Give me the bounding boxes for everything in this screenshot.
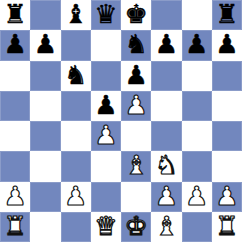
square-h4[interactable] bbox=[212, 121, 242, 151]
square-b5[interactable] bbox=[30, 91, 60, 121]
piece-white-knight[interactable]: ♞ bbox=[155, 152, 178, 178]
square-h3[interactable] bbox=[212, 151, 242, 181]
square-c5[interactable] bbox=[61, 91, 91, 121]
square-c2[interactable]: ♟ bbox=[61, 182, 91, 212]
piece-black-pawn[interactable]: ♟ bbox=[155, 31, 178, 57]
piece-white-pawn[interactable]: ♟ bbox=[155, 183, 178, 209]
square-b1[interactable] bbox=[30, 212, 60, 242]
chess-board: ♜♝♛♚♜♟♟♞♟♟♟♞♟♟♟♟♝♞♟♟♟♟♟♜♛♚♝♜ bbox=[0, 0, 242, 242]
piece-white-pawn[interactable]: ♟ bbox=[94, 122, 117, 148]
square-g5[interactable] bbox=[182, 91, 212, 121]
square-f2[interactable]: ♟ bbox=[151, 182, 181, 212]
square-h6[interactable] bbox=[212, 61, 242, 91]
square-a2[interactable]: ♟ bbox=[0, 182, 30, 212]
square-f1[interactable]: ♝ bbox=[151, 212, 181, 242]
square-c7[interactable] bbox=[61, 30, 91, 60]
square-a7[interactable]: ♟ bbox=[0, 30, 30, 60]
piece-black-knight[interactable]: ♞ bbox=[64, 62, 87, 88]
square-e8[interactable]: ♚ bbox=[121, 0, 151, 30]
square-c4[interactable] bbox=[61, 121, 91, 151]
square-h8[interactable]: ♜ bbox=[212, 0, 242, 30]
piece-black-rook[interactable]: ♜ bbox=[3, 1, 26, 27]
piece-black-pawn[interactable]: ♟ bbox=[94, 92, 117, 118]
square-c6[interactable]: ♞ bbox=[61, 61, 91, 91]
square-d1[interactable]: ♛ bbox=[91, 212, 121, 242]
square-e3[interactable]: ♝ bbox=[121, 151, 151, 181]
piece-white-king[interactable]: ♚ bbox=[124, 213, 147, 239]
piece-white-bishop[interactable]: ♝ bbox=[124, 152, 147, 178]
square-a8[interactable]: ♜ bbox=[0, 0, 30, 30]
square-g6[interactable] bbox=[182, 61, 212, 91]
square-a1[interactable]: ♜ bbox=[0, 212, 30, 242]
piece-white-queen[interactable]: ♛ bbox=[94, 213, 117, 239]
square-b2[interactable] bbox=[30, 182, 60, 212]
square-f6[interactable] bbox=[151, 61, 181, 91]
square-e7[interactable]: ♞ bbox=[121, 30, 151, 60]
square-e1[interactable]: ♚ bbox=[121, 212, 151, 242]
square-e4[interactable] bbox=[121, 121, 151, 151]
piece-black-pawn[interactable]: ♟ bbox=[215, 31, 238, 57]
square-d6[interactable] bbox=[91, 61, 121, 91]
piece-white-rook[interactable]: ♜ bbox=[215, 213, 238, 239]
square-e6[interactable]: ♟ bbox=[121, 61, 151, 91]
square-g4[interactable] bbox=[182, 121, 212, 151]
square-h7[interactable]: ♟ bbox=[212, 30, 242, 60]
piece-black-queen[interactable]: ♛ bbox=[94, 1, 117, 27]
square-d4[interactable]: ♟ bbox=[91, 121, 121, 151]
square-f5[interactable] bbox=[151, 91, 181, 121]
piece-black-pawn[interactable]: ♟ bbox=[34, 31, 57, 57]
square-b3[interactable] bbox=[30, 151, 60, 181]
piece-white-pawn[interactable]: ♟ bbox=[64, 183, 87, 209]
square-b4[interactable] bbox=[30, 121, 60, 151]
piece-white-pawn[interactable]: ♟ bbox=[3, 183, 26, 209]
square-b6[interactable] bbox=[30, 61, 60, 91]
piece-black-pawn[interactable]: ♟ bbox=[3, 31, 26, 57]
piece-black-pawn[interactable]: ♟ bbox=[185, 31, 208, 57]
square-c3[interactable] bbox=[61, 151, 91, 181]
square-g2[interactable]: ♟ bbox=[182, 182, 212, 212]
square-f3[interactable]: ♞ bbox=[151, 151, 181, 181]
piece-white-pawn[interactable]: ♟ bbox=[185, 183, 208, 209]
square-f8[interactable] bbox=[151, 0, 181, 30]
square-c1[interactable] bbox=[61, 212, 91, 242]
square-h5[interactable] bbox=[212, 91, 242, 121]
square-f4[interactable] bbox=[151, 121, 181, 151]
piece-white-pawn[interactable]: ♟ bbox=[124, 92, 147, 118]
square-a3[interactable] bbox=[0, 151, 30, 181]
square-h2[interactable]: ♟ bbox=[212, 182, 242, 212]
square-d7[interactable] bbox=[91, 30, 121, 60]
square-f7[interactable]: ♟ bbox=[151, 30, 181, 60]
piece-black-rook[interactable]: ♜ bbox=[215, 1, 238, 27]
piece-black-king[interactable]: ♚ bbox=[124, 1, 147, 27]
square-a5[interactable] bbox=[0, 91, 30, 121]
square-a6[interactable] bbox=[0, 61, 30, 91]
square-h1[interactable]: ♜ bbox=[212, 212, 242, 242]
square-d8[interactable]: ♛ bbox=[91, 0, 121, 30]
square-g3[interactable] bbox=[182, 151, 212, 181]
piece-black-knight[interactable]: ♞ bbox=[124, 31, 147, 57]
square-g1[interactable] bbox=[182, 212, 212, 242]
square-d5[interactable]: ♟ bbox=[91, 91, 121, 121]
square-g8[interactable] bbox=[182, 0, 212, 30]
square-d2[interactable] bbox=[91, 182, 121, 212]
square-b7[interactable]: ♟ bbox=[30, 30, 60, 60]
piece-white-bishop[interactable]: ♝ bbox=[155, 213, 178, 239]
square-e2[interactable] bbox=[121, 182, 151, 212]
square-g7[interactable]: ♟ bbox=[182, 30, 212, 60]
square-a4[interactable] bbox=[0, 121, 30, 151]
square-b8[interactable] bbox=[30, 0, 60, 30]
square-c8[interactable]: ♝ bbox=[61, 0, 91, 30]
square-e5[interactable]: ♟ bbox=[121, 91, 151, 121]
piece-white-rook[interactable]: ♜ bbox=[3, 213, 26, 239]
piece-black-bishop[interactable]: ♝ bbox=[64, 1, 87, 27]
square-d3[interactable] bbox=[91, 151, 121, 181]
piece-black-pawn[interactable]: ♟ bbox=[124, 62, 147, 88]
piece-white-pawn[interactable]: ♟ bbox=[215, 183, 238, 209]
